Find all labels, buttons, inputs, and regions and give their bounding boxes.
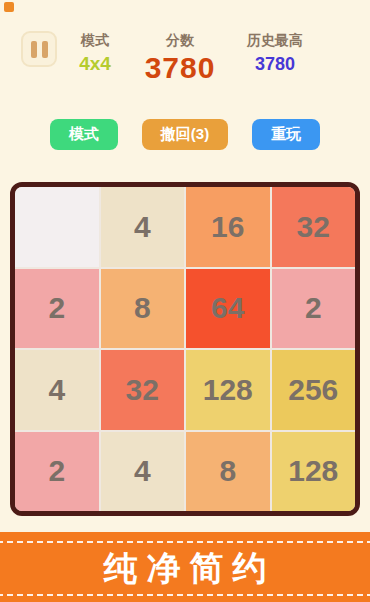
banner-dashed-frame: 纯净简约 — [0, 541, 370, 596]
mode-label: 模式 — [58, 32, 132, 50]
score-label: 分数 — [133, 32, 227, 50]
pause-button[interactable] — [21, 31, 57, 67]
game-board[interactable]: 4 16 32 2 8 64 2 4 32 128 256 2 4 8 128 — [10, 182, 360, 516]
tile-r4c4: 128 — [272, 432, 356, 512]
score-value: 3780 — [133, 51, 227, 85]
tile-r3c2: 32 — [101, 350, 185, 430]
tile-r2c4: 2 — [272, 269, 356, 349]
undo-button[interactable]: 撤回(3) — [142, 119, 228, 150]
tile-r4c2: 4 — [101, 432, 185, 512]
tile-r3c4: 256 — [272, 350, 356, 430]
tile-r3c1: 4 — [15, 350, 99, 430]
corner-decoration — [4, 2, 14, 12]
tile-r2c1: 2 — [15, 269, 99, 349]
pause-icon — [42, 41, 48, 58]
stat-score: 分数 3780 — [133, 32, 227, 85]
tile-r2c3: 64 — [186, 269, 270, 349]
stat-best: 历史最高 3780 — [233, 32, 317, 75]
tile-r1c3: 16 — [186, 187, 270, 267]
pause-icon — [31, 41, 37, 58]
best-value: 3780 — [233, 54, 317, 75]
tile-r1c1 — [15, 187, 99, 267]
stat-mode: 模式 4x4 — [58, 32, 132, 75]
tile-r1c2: 4 — [101, 187, 185, 267]
controls-bar: 模式 撤回(3) 重玩 — [0, 119, 370, 150]
banner-text: 纯净简约 — [95, 546, 276, 592]
best-label: 历史最高 — [233, 32, 317, 50]
tile-r1c4: 32 — [272, 187, 356, 267]
tile-r4c1: 2 — [15, 432, 99, 512]
mode-value: 4x4 — [58, 53, 132, 75]
promo-banner: 纯净简约 — [0, 532, 370, 602]
tile-r3c3: 128 — [186, 350, 270, 430]
mode-button[interactable]: 模式 — [50, 119, 118, 150]
tile-r2c2: 8 — [101, 269, 185, 349]
replay-button[interactable]: 重玩 — [252, 119, 320, 150]
tile-r4c3: 8 — [186, 432, 270, 512]
